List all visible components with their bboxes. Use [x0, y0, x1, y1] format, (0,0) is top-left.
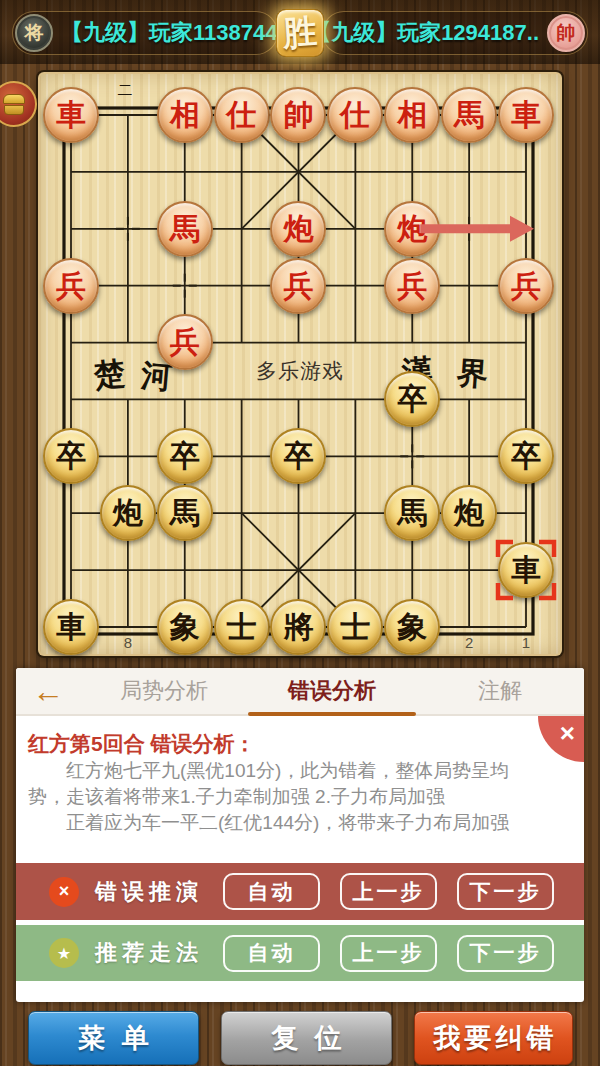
analysis-text-line: 正着应为车一平二(红优144分)，将带来子力布局加强: [28, 810, 570, 836]
piece-black-炮[interactable]: 炮: [100, 485, 156, 541]
treasure-chest-base: [4, 105, 24, 115]
piece-red-仕[interactable]: 仕: [214, 87, 270, 143]
error-next-button[interactable]: 下一步: [457, 873, 554, 910]
report-error-button[interactable]: 我要纠错: [414, 1011, 573, 1065]
piece-black-卒[interactable]: 卒: [43, 428, 99, 484]
analysis-panel: ← 局势分析错误分析注解 × 红方第5回合 错误分析： 红方炮七平九(黑优101…: [16, 668, 584, 1002]
piece-red-兵[interactable]: 兵: [270, 258, 326, 314]
star-icon: ★: [49, 938, 79, 968]
piece-black-馬[interactable]: 馬: [157, 485, 213, 541]
analysis-text-line: 红方炮七平九(黑优101分)，此为错着，整体局势呈均: [28, 758, 570, 784]
win-badge: 胜: [276, 9, 324, 57]
piece-black-卒[interactable]: 卒: [498, 428, 554, 484]
recommended-moves-buttons: 自动上一步下一步: [223, 935, 554, 972]
piece-black-車[interactable]: 車: [43, 599, 99, 655]
treasure-chest-lid: [3, 94, 25, 104]
piece-black-卒[interactable]: 卒: [384, 371, 440, 427]
app-screen: 将 【九级】玩家1138744.. 胜 【九级】玩家1294187.. 帥 楚 …: [0, 0, 600, 1066]
player-left-name: 【九级】玩家1138744..: [61, 18, 290, 48]
back-arrow-icon: ←: [32, 675, 64, 707]
xiangqi-board[interactable]: 楚 河 多乐游戏 漢 界 二821 車相仕帥仕相馬車馬炮炮兵兵兵兵兵卒卒卒卒卒炮…: [38, 72, 562, 656]
black-general-icon: 将: [15, 14, 53, 52]
tab-situation-analysis[interactable]: 局势分析: [80, 668, 248, 714]
error-replay-row: × 错误推演 自动上一步下一步: [16, 863, 584, 920]
close-panel-button[interactable]: ×: [538, 716, 584, 762]
analysis-heading: 红方第5回合 错误分析：: [28, 730, 256, 758]
error-x-icon: ×: [49, 877, 79, 907]
piece-red-相[interactable]: 相: [384, 87, 440, 143]
black-general-glyph: 将: [25, 20, 44, 46]
error-prev-button[interactable]: 上一步: [340, 873, 437, 910]
piece-black-馬[interactable]: 馬: [384, 485, 440, 541]
recommend-prev-button[interactable]: 上一步: [340, 935, 437, 972]
bottom-action-bar: 菜单复位我要纠错: [0, 1002, 600, 1066]
piece-black-卒[interactable]: 卒: [270, 428, 326, 484]
top-bar: 将 【九级】玩家1138744.. 胜 【九级】玩家1294187.. 帥: [0, 0, 600, 64]
analysis-body-text: 红方炮七平九(黑优101分)，此为错着，整体局势呈均势，走该着将带来1.子力牵制…: [28, 758, 570, 836]
analysis-tab-bar: ← 局势分析错误分析注解: [16, 668, 584, 716]
reset-button[interactable]: 复位: [221, 1011, 392, 1065]
red-general-glyph: 帥: [557, 20, 576, 46]
piece-red-相[interactable]: 相: [157, 87, 213, 143]
piece-red-兵[interactable]: 兵: [384, 258, 440, 314]
recommended-moves-label: 推荐走法: [95, 938, 203, 968]
back-button[interactable]: ←: [16, 668, 80, 714]
piece-red-車[interactable]: 車: [43, 87, 99, 143]
error-replay-buttons: 自动上一步下一步: [223, 873, 554, 910]
piece-red-馬[interactable]: 馬: [441, 87, 497, 143]
piece-black-士[interactable]: 士: [327, 599, 383, 655]
recommend-next-button[interactable]: 下一步: [457, 935, 554, 972]
piece-black-象[interactable]: 象: [384, 599, 440, 655]
analysis-text-line: 势，走该着将带来1.子力牵制加强 2.子力布局加强: [28, 784, 570, 810]
piece-red-炮[interactable]: 炮: [270, 201, 326, 257]
piece-black-士[interactable]: 士: [214, 599, 270, 655]
piece-grid: 車相仕帥仕相馬車馬炮炮兵兵兵兵兵卒卒卒卒卒炮馬馬炮車車象士將士象: [43, 87, 555, 656]
treasure-chest-icon[interactable]: [0, 81, 37, 127]
close-icon: ×: [560, 720, 575, 746]
piece-red-帥[interactable]: 帥: [270, 87, 326, 143]
red-general-icon: 帥: [547, 14, 585, 52]
piece-black-車[interactable]: 車: [498, 542, 554, 598]
piece-black-象[interactable]: 象: [157, 599, 213, 655]
piece-red-仕[interactable]: 仕: [327, 87, 383, 143]
player-right-pill: 【九级】玩家1294187.. 帥: [322, 11, 588, 55]
recommended-moves-row: ★ 推荐走法 自动上一步下一步: [16, 925, 584, 981]
error-replay-label: 错误推演: [95, 877, 203, 907]
error-auto-button[interactable]: 自动: [223, 873, 320, 910]
recommend-auto-button[interactable]: 自动: [223, 935, 320, 972]
player-left-pill: 将 【九级】玩家1138744..: [12, 11, 278, 55]
piece-red-炮[interactable]: 炮: [384, 201, 440, 257]
piece-red-兵[interactable]: 兵: [43, 258, 99, 314]
win-badge-glyph: 胜: [281, 9, 318, 57]
piece-black-卒[interactable]: 卒: [157, 428, 213, 484]
piece-red-兵[interactable]: 兵: [498, 258, 554, 314]
piece-red-兵[interactable]: 兵: [157, 314, 213, 370]
piece-red-馬[interactable]: 馬: [157, 201, 213, 257]
player-right-name: 【九级】玩家1294187..: [309, 18, 539, 48]
menu-button[interactable]: 菜单: [28, 1011, 199, 1065]
piece-red-車[interactable]: 車: [498, 87, 554, 143]
tab-error-analysis[interactable]: 错误分析: [248, 668, 416, 714]
piece-black-將[interactable]: 將: [270, 599, 326, 655]
tab-annotation[interactable]: 注解: [416, 668, 584, 714]
piece-black-炮[interactable]: 炮: [441, 485, 497, 541]
